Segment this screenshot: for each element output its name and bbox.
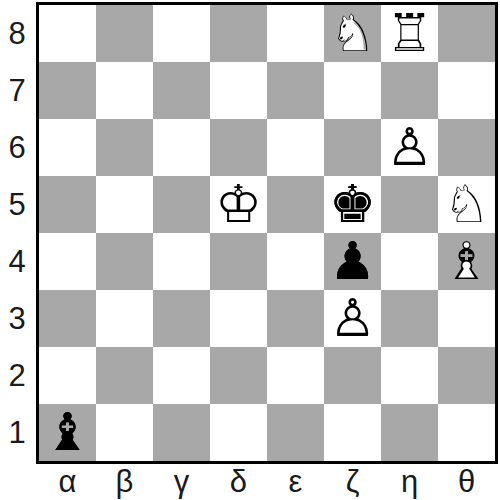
chess-diagram: 87654321 ♞♘♜♖♟♙♚♔♚♔♞♘♟♙♝♗♟♙♝♗ αβγδεζηθ — [0, 0, 500, 500]
square-α1[interactable]: ♝♗ — [39, 404, 96, 461]
bishop-glyph-outline: ♗ — [39, 404, 96, 461]
square-η7[interactable] — [381, 62, 438, 119]
square-η8[interactable]: ♜♖ — [381, 5, 438, 62]
square-ε4[interactable] — [267, 233, 324, 290]
square-γ5[interactable] — [153, 176, 210, 233]
square-θ4[interactable]: ♝♗ — [438, 233, 495, 290]
square-ζ2[interactable] — [324, 347, 381, 404]
square-β6[interactable] — [96, 119, 153, 176]
square-β4[interactable] — [96, 233, 153, 290]
file-label-η: η — [381, 464, 438, 500]
square-α5[interactable] — [39, 176, 96, 233]
square-α8[interactable] — [39, 5, 96, 62]
bishop-glyph-outline: ♗ — [438, 233, 495, 290]
square-γ4[interactable] — [153, 233, 210, 290]
square-α2[interactable] — [39, 347, 96, 404]
square-ζ4[interactable]: ♟♙ — [324, 233, 381, 290]
rank-label-8: 8 — [0, 5, 34, 62]
square-α4[interactable] — [39, 233, 96, 290]
square-δ4[interactable] — [210, 233, 267, 290]
white-rook-piece: ♜♖ — [381, 5, 438, 62]
square-θ2[interactable] — [438, 347, 495, 404]
chessboard: ♞♘♜♖♟♙♚♔♚♔♞♘♟♙♝♗♟♙♝♗ — [36, 2, 498, 464]
rank-label-1: 1 — [0, 404, 34, 461]
white-pawn-piece: ♟♙ — [381, 119, 438, 176]
white-knight-piece: ♞♘ — [324, 5, 381, 62]
king-glyph-outline: ♔ — [324, 176, 381, 233]
rank-label-7: 7 — [0, 62, 34, 119]
square-ζ6[interactable] — [324, 119, 381, 176]
white-pawn-piece: ♟♙ — [324, 290, 381, 347]
square-α3[interactable] — [39, 290, 96, 347]
knight-glyph-outline: ♘ — [438, 176, 495, 233]
square-ε2[interactable] — [267, 347, 324, 404]
square-θ5[interactable]: ♞♘ — [438, 176, 495, 233]
square-η6[interactable]: ♟♙ — [381, 119, 438, 176]
square-α6[interactable] — [39, 119, 96, 176]
square-ζ3[interactable]: ♟♙ — [324, 290, 381, 347]
rank-label-5: 5 — [0, 176, 34, 233]
square-ζ7[interactable] — [324, 62, 381, 119]
square-α7[interactable] — [39, 62, 96, 119]
square-η3[interactable] — [381, 290, 438, 347]
square-γ6[interactable] — [153, 119, 210, 176]
square-β3[interactable] — [96, 290, 153, 347]
pawn-glyph-outline: ♙ — [381, 119, 438, 176]
square-γ2[interactable] — [153, 347, 210, 404]
square-η2[interactable] — [381, 347, 438, 404]
square-δ7[interactable] — [210, 62, 267, 119]
square-γ1[interactable] — [153, 404, 210, 461]
square-δ8[interactable] — [210, 5, 267, 62]
white-bishop-piece: ♝♗ — [438, 233, 495, 290]
file-labels: αβγδεζηθ — [39, 464, 495, 500]
square-η1[interactable] — [381, 404, 438, 461]
square-ε6[interactable] — [267, 119, 324, 176]
square-δ1[interactable] — [210, 404, 267, 461]
square-γ7[interactable] — [153, 62, 210, 119]
rook-glyph-outline: ♖ — [381, 5, 438, 62]
file-label-ε: ε — [267, 464, 324, 500]
square-θ6[interactable] — [438, 119, 495, 176]
rank-labels: 87654321 — [0, 5, 34, 461]
rank-label-2: 2 — [0, 347, 34, 404]
file-label-θ: θ — [438, 464, 495, 500]
square-δ5[interactable]: ♚♔ — [210, 176, 267, 233]
black-pawn-piece: ♟♙ — [324, 233, 381, 290]
file-label-ζ: ζ — [324, 464, 381, 500]
pawn-glyph-outline: ♙ — [324, 233, 381, 290]
white-king-piece: ♚♔ — [210, 176, 267, 233]
square-η4[interactable] — [381, 233, 438, 290]
rank-label-6: 6 — [0, 119, 34, 176]
square-β7[interactable] — [96, 62, 153, 119]
square-γ8[interactable] — [153, 5, 210, 62]
square-γ3[interactable] — [153, 290, 210, 347]
square-δ3[interactable] — [210, 290, 267, 347]
square-θ8[interactable] — [438, 5, 495, 62]
square-β2[interactable] — [96, 347, 153, 404]
square-θ1[interactable] — [438, 404, 495, 461]
file-label-γ: γ — [153, 464, 210, 500]
square-ζ5[interactable]: ♚♔ — [324, 176, 381, 233]
black-bishop-piece: ♝♗ — [39, 404, 96, 461]
file-label-α: α — [39, 464, 96, 500]
white-knight-piece: ♞♘ — [438, 176, 495, 233]
pawn-glyph-outline: ♙ — [324, 290, 381, 347]
file-label-β: β — [96, 464, 153, 500]
square-δ2[interactable] — [210, 347, 267, 404]
square-δ6[interactable] — [210, 119, 267, 176]
square-η5[interactable] — [381, 176, 438, 233]
square-ε8[interactable] — [267, 5, 324, 62]
square-θ7[interactable] — [438, 62, 495, 119]
square-β5[interactable] — [96, 176, 153, 233]
square-ε5[interactable] — [267, 176, 324, 233]
king-glyph-outline: ♔ — [210, 176, 267, 233]
knight-glyph-outline: ♘ — [324, 5, 381, 62]
square-ε3[interactable] — [267, 290, 324, 347]
rank-label-3: 3 — [0, 290, 34, 347]
square-β1[interactable] — [96, 404, 153, 461]
square-θ3[interactable] — [438, 290, 495, 347]
square-ζ1[interactable] — [324, 404, 381, 461]
black-king-piece: ♚♔ — [324, 176, 381, 233]
square-ζ8[interactable]: ♞♘ — [324, 5, 381, 62]
square-ε1[interactable] — [267, 404, 324, 461]
square-β8[interactable] — [96, 5, 153, 62]
rank-label-4: 4 — [0, 233, 34, 290]
file-label-δ: δ — [210, 464, 267, 500]
square-ε7[interactable] — [267, 62, 324, 119]
